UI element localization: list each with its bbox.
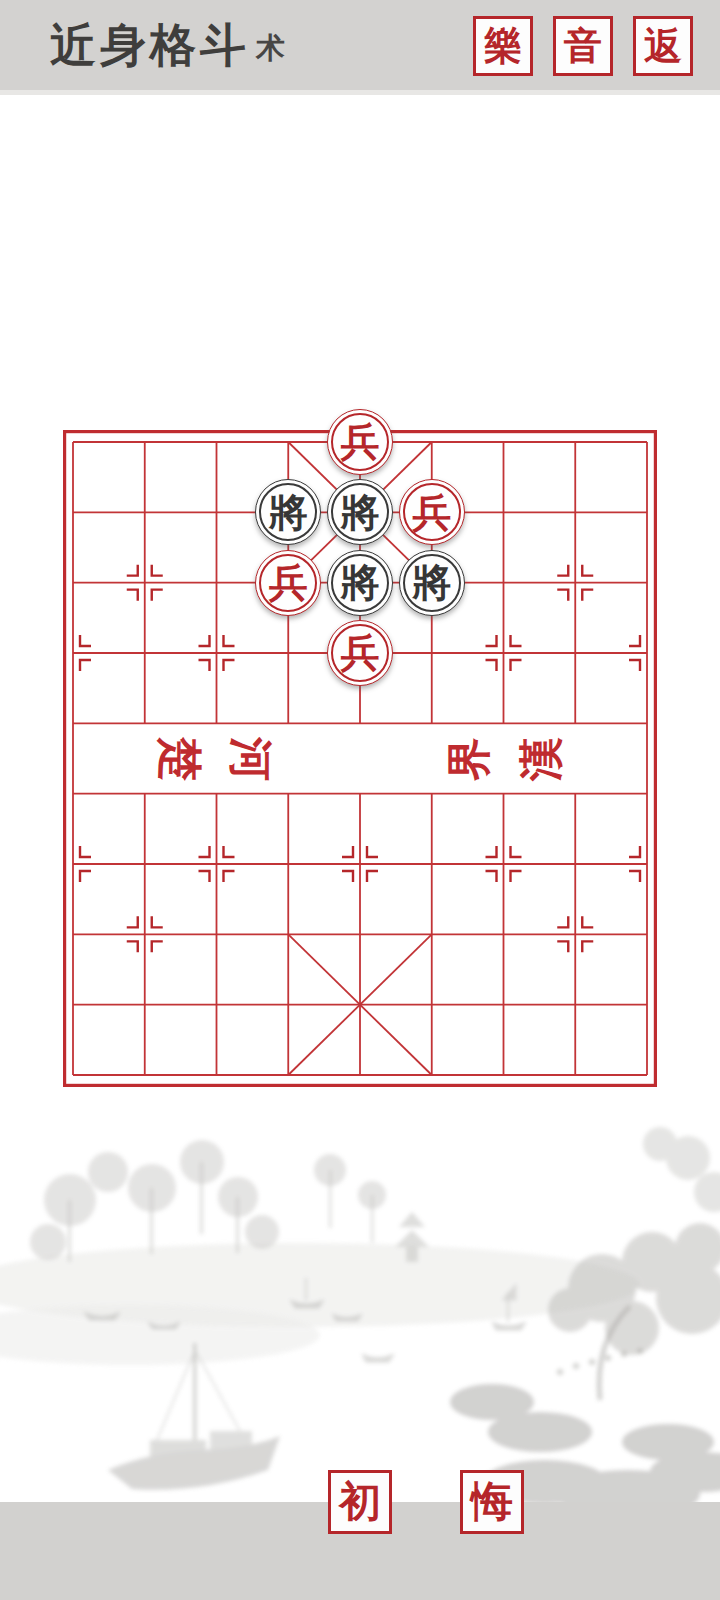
piece-black-general[interactable]: 將: [399, 550, 465, 616]
restart-button[interactable]: 初: [328, 1470, 392, 1534]
piece-black-general[interactable]: 將: [327, 550, 393, 616]
level-title: 近身格斗: [50, 22, 250, 68]
page-title: 近身格斗 术: [50, 0, 285, 90]
piece-red-soldier[interactable]: 兵: [255, 550, 321, 616]
piece-red-soldier[interactable]: 兵: [399, 479, 465, 545]
undo-button[interactable]: 悔: [460, 1470, 524, 1534]
level-title-suffix: 术: [256, 28, 285, 63]
ink-landscape-background: [0, 1100, 720, 1502]
piece-black-general[interactable]: 將: [255, 479, 321, 545]
header-bar: 近身格斗 术 樂 音 返: [0, 0, 720, 95]
back-button[interactable]: 返: [633, 16, 693, 76]
header-buttons: 樂 音 返: [473, 16, 693, 76]
xiangqi-board[interactable]: 楚 河 界 漢 兵將將兵兵將將兵: [63, 430, 657, 1087]
sound-button[interactable]: 音: [553, 16, 613, 76]
piece-layer: 兵將將兵兵將將兵: [37, 407, 683, 1110]
piece-red-soldier[interactable]: 兵: [327, 409, 393, 475]
piece-black-general[interactable]: 將: [327, 479, 393, 545]
music-button[interactable]: 樂: [473, 16, 533, 76]
app-screen: 近身格斗 术 樂 音 返 楚 河 界 漢 兵將將兵兵將將兵: [0, 0, 720, 1600]
piece-red-soldier[interactable]: 兵: [327, 620, 393, 686]
